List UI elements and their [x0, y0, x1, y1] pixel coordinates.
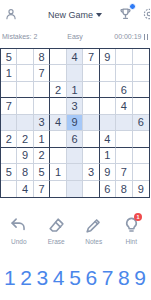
cell-r9c4[interactable]	[50, 181, 66, 197]
undo-button[interactable]: Undo	[0, 212, 38, 256]
hint-button[interactable]: 1 Hint	[113, 212, 151, 256]
cell-r3c5[interactable]: 1	[67, 82, 83, 98]
cell-r3c7[interactable]	[100, 82, 116, 98]
cell-r5c7[interactable]	[100, 115, 116, 131]
cell-r7c1[interactable]	[1, 148, 17, 164]
notes-button[interactable]: Notes	[75, 212, 113, 256]
numpad-5[interactable]: 5	[69, 267, 81, 288]
cell-r2c6[interactable]	[83, 65, 99, 81]
cell-r4c7[interactable]	[100, 98, 116, 114]
undo-label: Undo	[11, 238, 27, 245]
cell-r1c1[interactable]: 5	[1, 49, 17, 65]
cell-r9c3[interactable]: 7	[34, 181, 50, 197]
cell-r2c5[interactable]	[67, 65, 83, 81]
cell-r7c9[interactable]	[133, 148, 149, 164]
cell-r8c8[interactable]: 7	[116, 164, 132, 180]
cell-r9c7[interactable]: 6	[100, 181, 116, 197]
numpad-9[interactable]: 9	[134, 267, 146, 288]
cell-r4c1[interactable]: 7	[1, 98, 17, 114]
cell-r7c8[interactable]	[116, 148, 132, 164]
top-bar: New Game	[0, 0, 150, 28]
profile-button[interactable]	[4, 7, 18, 21]
cell-r5c1[interactable]	[1, 115, 17, 131]
cell-r3c1[interactable]	[1, 82, 17, 98]
cell-r3c9[interactable]	[133, 82, 149, 98]
new-game-label: New Game	[48, 10, 93, 20]
cell-r5c3[interactable]: 3	[34, 115, 50, 131]
cell-r7c5[interactable]	[67, 148, 83, 164]
cell-r4c6[interactable]	[83, 98, 99, 114]
cell-r6c2[interactable]: 2	[17, 131, 33, 147]
cell-r7c2[interactable]: 9	[17, 148, 33, 164]
sudoku-board: 5847917216734349622164921585139747689	[0, 48, 150, 198]
cell-r1c5[interactable]: 4	[67, 49, 83, 65]
new-game-dropdown[interactable]: New Game	[40, 8, 110, 21]
cell-r7c6[interactable]	[83, 148, 99, 164]
numpad-4[interactable]: 4	[53, 267, 65, 288]
cell-r7c4[interactable]	[50, 148, 66, 164]
cell-r3c4[interactable]: 2	[50, 82, 66, 98]
pause-button[interactable]	[144, 34, 149, 40]
timer: 00:00:19	[114, 33, 141, 40]
cell-r9c5[interactable]	[67, 181, 83, 197]
cell-r2c3[interactable]: 7	[34, 65, 50, 81]
numpad-8[interactable]: 8	[118, 267, 130, 288]
cell-r6c6[interactable]	[83, 131, 99, 147]
cell-r2c8[interactable]	[116, 65, 132, 81]
cell-r1c7[interactable]: 9	[100, 49, 116, 65]
cell-r9c6[interactable]	[83, 181, 99, 197]
cell-r4c2[interactable]	[17, 98, 33, 114]
hint-label: Hint	[125, 238, 137, 245]
cell-r6c7[interactable]: 4	[100, 131, 116, 147]
cell-r6c8[interactable]	[116, 131, 132, 147]
cell-r6c4[interactable]	[50, 131, 66, 147]
toolbar: Undo Erase Notes	[0, 212, 150, 256]
cell-r3c2[interactable]	[17, 82, 33, 98]
cell-r2c1[interactable]: 1	[1, 65, 17, 81]
sudoku-app: New Game Mistakes: 2 E	[0, 0, 150, 300]
cell-r6c1[interactable]: 2	[1, 131, 17, 147]
cell-r1c2[interactable]	[17, 49, 33, 65]
cell-r8c5[interactable]	[67, 164, 83, 180]
profile-icon	[4, 9, 18, 24]
cell-r2c7[interactable]	[100, 65, 116, 81]
settings-button[interactable]	[142, 7, 150, 21]
cell-r8c9[interactable]	[133, 164, 149, 180]
cell-r4c5[interactable]: 3	[67, 98, 83, 114]
cell-r5c9[interactable]: 6	[133, 115, 149, 131]
erase-label: Erase	[48, 238, 65, 245]
numpad-3[interactable]: 3	[37, 267, 49, 288]
cell-r6c5[interactable]: 6	[67, 131, 83, 147]
cell-r5c4[interactable]: 4	[50, 115, 66, 131]
undo-icon	[9, 216, 28, 235]
chevron-down-icon	[96, 13, 102, 17]
numpad-6[interactable]: 6	[85, 267, 97, 288]
erase-button[interactable]: Erase	[38, 212, 76, 256]
cell-r1c9[interactable]	[133, 49, 149, 65]
cell-r8c1[interactable]: 5	[1, 164, 17, 180]
cell-r1c4[interactable]	[50, 49, 66, 65]
number-pad: 123456789	[0, 261, 150, 293]
cell-r4c9[interactable]	[133, 98, 149, 114]
cell-r9c8[interactable]: 8	[116, 181, 132, 197]
status-row: Mistakes: 2 Easy 00:00:19	[0, 33, 150, 45]
gear-icon	[142, 9, 150, 24]
cell-r4c4[interactable]	[50, 98, 66, 114]
cell-r9c2[interactable]: 4	[17, 181, 33, 197]
cell-r3c6[interactable]	[83, 82, 99, 98]
trophy-icon	[118, 10, 133, 25]
numpad-2[interactable]: 2	[20, 267, 32, 288]
cell-r5c5[interactable]: 9	[67, 115, 83, 131]
cell-r4c8[interactable]: 4	[116, 98, 132, 114]
numpad-1[interactable]: 1	[4, 267, 16, 288]
cell-r6c3[interactable]: 1	[34, 131, 50, 147]
cell-r8c7[interactable]: 9	[100, 164, 116, 180]
cell-r3c3[interactable]	[34, 82, 50, 98]
cell-r6c9[interactable]	[133, 131, 149, 147]
cell-r2c9[interactable]	[133, 65, 149, 81]
cell-r1c3[interactable]: 8	[34, 49, 50, 65]
cell-r9c1[interactable]	[1, 181, 17, 197]
trophy-button[interactable]	[118, 6, 133, 22]
pencil-icon	[84, 216, 103, 235]
cell-r2c4[interactable]	[50, 65, 66, 81]
cell-r8c4[interactable]: 1	[50, 164, 66, 180]
cell-r8c3[interactable]: 5	[34, 164, 50, 180]
cell-r4c3[interactable]	[34, 98, 50, 114]
cell-r9c9[interactable]: 9	[133, 181, 149, 197]
numpad-7[interactable]: 7	[102, 267, 114, 288]
notes-label: Notes	[85, 238, 102, 245]
cell-r7c7[interactable]: 1	[100, 148, 116, 164]
cell-r8c6[interactable]: 3	[83, 164, 99, 180]
cell-r8c2[interactable]: 8	[17, 164, 33, 180]
cell-r7c3[interactable]: 2	[34, 148, 50, 164]
trophy-badge	[129, 3, 136, 10]
eraser-icon	[47, 216, 66, 235]
cell-r5c8[interactable]	[116, 115, 132, 131]
cell-r1c6[interactable]: 7	[83, 49, 99, 65]
hint-badge: 1	[134, 213, 142, 221]
cell-r5c2[interactable]	[17, 115, 33, 131]
cell-r3c8[interactable]: 6	[116, 82, 132, 98]
cell-r1c8[interactable]	[116, 49, 132, 65]
cell-r5c6[interactable]	[83, 115, 99, 131]
cell-r2c2[interactable]	[17, 65, 33, 81]
